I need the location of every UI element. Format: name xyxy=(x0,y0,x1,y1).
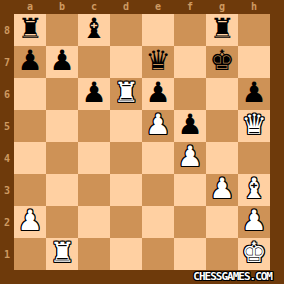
square-b2[interactable] xyxy=(46,206,78,238)
piece-black-rook: ♜ xyxy=(209,13,234,45)
square-b8[interactable] xyxy=(46,14,78,46)
square-h8[interactable] xyxy=(238,14,270,46)
rank-label-8: 8 xyxy=(0,14,14,46)
square-b7[interactable]: ♟ xyxy=(46,46,78,78)
square-g6[interactable] xyxy=(206,78,238,110)
square-g5[interactable] xyxy=(206,110,238,142)
chess-board: ♜♝♜♟♟♛♚♟♜♟♟♟♟♛♟♟♝♟♟♜♚ xyxy=(14,14,270,270)
square-c4[interactable] xyxy=(78,142,110,174)
piece-black-pawn: ♟ xyxy=(145,77,170,109)
square-d1[interactable] xyxy=(110,238,142,270)
square-g1[interactable] xyxy=(206,238,238,270)
piece-white-pawn: ♟ xyxy=(145,109,170,141)
square-d8[interactable] xyxy=(110,14,142,46)
chess-diagram: abcdefgh 87654321 ♜♝♜♟♟♛♚♟♜♟♟♟♟♛♟♟♝♟♟♜♚ … xyxy=(0,0,284,284)
square-f2[interactable] xyxy=(174,206,206,238)
square-h2[interactable]: ♟ xyxy=(238,206,270,238)
file-label-d: d xyxy=(110,0,142,14)
square-a4[interactable] xyxy=(14,142,46,174)
rank-label-1: 1 xyxy=(0,238,14,270)
piece-black-pawn: ♟ xyxy=(177,109,202,141)
square-b6[interactable] xyxy=(46,78,78,110)
square-a6[interactable] xyxy=(14,78,46,110)
square-d6[interactable]: ♜ xyxy=(110,78,142,110)
square-h4[interactable] xyxy=(238,142,270,174)
square-f4[interactable]: ♟ xyxy=(174,142,206,174)
rank-label-6: 6 xyxy=(0,78,14,110)
square-f5[interactable]: ♟ xyxy=(174,110,206,142)
piece-black-queen: ♛ xyxy=(145,45,170,77)
square-d4[interactable] xyxy=(110,142,142,174)
square-a5[interactable] xyxy=(14,110,46,142)
square-b4[interactable] xyxy=(46,142,78,174)
square-a7[interactable]: ♟ xyxy=(14,46,46,78)
square-a2[interactable]: ♟ xyxy=(14,206,46,238)
square-h1[interactable]: ♚ xyxy=(238,238,270,270)
file-label-b: b xyxy=(46,0,78,14)
piece-black-pawn: ♟ xyxy=(241,77,266,109)
square-g7[interactable]: ♚ xyxy=(206,46,238,78)
piece-white-pawn: ♟ xyxy=(209,173,234,205)
square-c6[interactable]: ♟ xyxy=(78,78,110,110)
square-b5[interactable] xyxy=(46,110,78,142)
piece-white-pawn: ♟ xyxy=(241,205,266,237)
square-e5[interactable]: ♟ xyxy=(142,110,174,142)
piece-black-bishop: ♝ xyxy=(81,13,106,45)
square-c2[interactable] xyxy=(78,206,110,238)
piece-white-rook: ♜ xyxy=(113,77,138,109)
square-f7[interactable] xyxy=(174,46,206,78)
square-h3[interactable]: ♝ xyxy=(238,174,270,206)
square-b3[interactable] xyxy=(46,174,78,206)
square-e7[interactable]: ♛ xyxy=(142,46,174,78)
square-g4[interactable] xyxy=(206,142,238,174)
square-c7[interactable] xyxy=(78,46,110,78)
square-d7[interactable] xyxy=(110,46,142,78)
rank-label-5: 5 xyxy=(0,110,14,142)
square-a8[interactable]: ♜ xyxy=(14,14,46,46)
square-c3[interactable] xyxy=(78,174,110,206)
square-e2[interactable] xyxy=(142,206,174,238)
rank-labels: 87654321 xyxy=(0,14,14,270)
square-e1[interactable] xyxy=(142,238,174,270)
square-c1[interactable] xyxy=(78,238,110,270)
file-label-h: h xyxy=(238,0,270,14)
square-e6[interactable]: ♟ xyxy=(142,78,174,110)
rank-label-4: 4 xyxy=(0,142,14,174)
rank-label-7: 7 xyxy=(0,46,14,78)
piece-black-king: ♚ xyxy=(209,45,234,77)
square-d2[interactable] xyxy=(110,206,142,238)
square-a1[interactable] xyxy=(14,238,46,270)
square-f3[interactable] xyxy=(174,174,206,206)
piece-white-pawn: ♟ xyxy=(177,141,202,173)
file-label-e: e xyxy=(142,0,174,14)
square-g2[interactable] xyxy=(206,206,238,238)
piece-white-king: ♚ xyxy=(241,237,266,269)
square-e8[interactable] xyxy=(142,14,174,46)
square-h5[interactable]: ♛ xyxy=(238,110,270,142)
square-g3[interactable]: ♟ xyxy=(206,174,238,206)
rank-label-2: 2 xyxy=(0,206,14,238)
square-d3[interactable] xyxy=(110,174,142,206)
square-b1[interactable]: ♜ xyxy=(46,238,78,270)
piece-white-pawn: ♟ xyxy=(17,205,42,237)
square-h7[interactable] xyxy=(238,46,270,78)
piece-black-rook: ♜ xyxy=(17,13,42,45)
piece-black-pawn: ♟ xyxy=(81,77,106,109)
file-label-f: f xyxy=(174,0,206,14)
square-e3[interactable] xyxy=(142,174,174,206)
square-c8[interactable]: ♝ xyxy=(78,14,110,46)
square-f8[interactable] xyxy=(174,14,206,46)
square-f1[interactable] xyxy=(174,238,206,270)
piece-white-queen: ♛ xyxy=(241,109,266,141)
square-e4[interactable] xyxy=(142,142,174,174)
piece-black-pawn: ♟ xyxy=(17,45,42,77)
square-f6[interactable] xyxy=(174,78,206,110)
piece-white-rook: ♜ xyxy=(49,237,74,269)
square-a3[interactable] xyxy=(14,174,46,206)
rank-label-3: 3 xyxy=(0,174,14,206)
square-d5[interactable] xyxy=(110,110,142,142)
credit-text: CHESSGAMES.COM xyxy=(193,270,272,284)
square-g8[interactable]: ♜ xyxy=(206,14,238,46)
square-c5[interactable] xyxy=(78,110,110,142)
piece-black-pawn: ♟ xyxy=(49,45,74,77)
piece-white-bishop: ♝ xyxy=(241,173,266,205)
square-h6[interactable]: ♟ xyxy=(238,78,270,110)
